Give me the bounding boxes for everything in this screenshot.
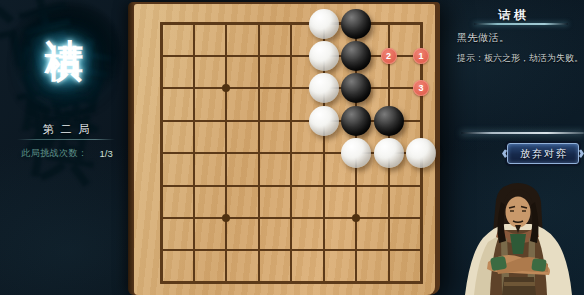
star-point: [222, 84, 230, 92]
attempts-value: 1/3: [100, 148, 113, 159]
star-point: [352, 214, 360, 222]
ink-title-art: 诘棋 诘棋 诘棋: [0, 0, 128, 122]
stone-white: [309, 73, 339, 103]
move-marker: 3: [413, 80, 429, 96]
stone-black: [341, 41, 371, 71]
resign-button[interactable]: 放弃对弈: [507, 143, 579, 164]
round-label: 第二局: [0, 122, 132, 137]
stone-white: [309, 9, 339, 39]
stone-white: [406, 138, 436, 168]
stone-black: [341, 9, 371, 39]
go-board: 123: [128, 2, 440, 295]
grid-line-horizontal: [160, 249, 423, 251]
stone-black: [374, 106, 404, 136]
star-point: [222, 214, 230, 222]
go-grid[interactable]: 123: [161, 24, 421, 283]
panel-title-divider: [474, 23, 568, 25]
go-puzzle-screen: 诘棋 诘棋 诘棋 第二局 此局挑战次数： 1/3 123 诘棋 黑先做活。 提示…: [0, 0, 584, 295]
stone-black: [341, 73, 371, 103]
panel-title: 诘棋: [440, 7, 584, 24]
grid-line-horizontal: [160, 217, 423, 219]
stone-white: [309, 106, 339, 136]
left-panel-divider: [17, 139, 115, 140]
character-portrait: [452, 182, 584, 295]
puzzle-title-vertical: 诘棋: [45, 8, 83, 20]
move-marker: 2: [381, 48, 397, 64]
board-wood-surface: 123: [134, 4, 435, 295]
grid-line-horizontal: [160, 281, 423, 284]
stone-white: [309, 41, 339, 71]
objective-text: 黑先做活。: [457, 31, 510, 45]
attempts-label: 此局挑战次数：: [21, 147, 88, 160]
attempts-row: 此局挑战次数： 1/3: [21, 147, 129, 160]
grid-line-horizontal: [160, 185, 423, 187]
stone-white: [374, 138, 404, 168]
hint-text: 提示：板六之形，劫活为失败。: [457, 52, 583, 65]
stone-black: [341, 106, 371, 136]
stone-white: [341, 138, 371, 168]
button-divider: [461, 132, 584, 134]
move-marker: 1: [413, 48, 429, 64]
